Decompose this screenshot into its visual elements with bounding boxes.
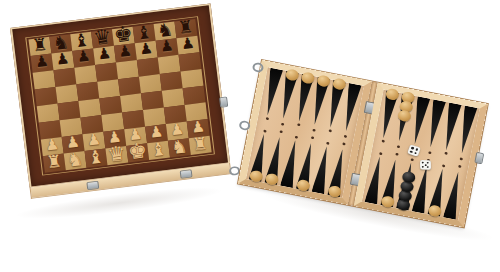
die-pip [422,166,424,168]
chess-grid: ♜♞♝♛♚♝♞♜♟♟♟♟♟♟♟♟♟♟♟♟♟♟♟♟♜♞♝♛♚♝♞♜ [29,19,212,173]
die-pip [415,148,418,151]
backgammon-half-right [354,83,488,228]
point-tip-dot [294,136,297,139]
chess-piece-white-king: ♚ [127,140,148,163]
point-tip-dot [458,165,461,168]
latch-icon [474,152,484,164]
chess-piece-white-bishop: ♝ [149,138,168,161]
chess-piece-black-pawn: ♟ [159,35,175,57]
die-pip [411,147,414,150]
chess-piece-black-pawn: ♟ [117,40,133,62]
point-tip-dot [459,157,462,160]
chess-piece-white-queen: ♛ [107,143,127,166]
chess-piece-white-bishop: ♝ [87,145,106,168]
point-tip-dot [395,153,398,156]
chess-square: ♚ [126,143,149,162]
product-photo: Wooden folding chess set with pieces in … [0,0,500,272]
backgammon-case [238,60,488,227]
point-tip-dot [396,145,399,148]
chess-piece-black-pawn: ♟ [96,43,112,65]
clasp-icon [86,181,99,190]
chess-set: ♜♞♝♛♚♝♞♜♟♟♟♟♟♟♟♟♟♟♟♟♟♟♟♟♜♞♝♛♚♝♞♜ [10,3,231,198]
point-tip-dot [279,130,282,133]
point-tip-dot [343,135,346,138]
chess-piece-black-pawn: ♟ [55,48,71,70]
chess-square: ♛ [105,146,128,165]
die-pip [410,150,413,153]
clasp-icon [180,169,193,178]
point-tip-dot [381,140,384,143]
point-tip-dot [326,142,329,145]
point-tip-dot [280,123,283,126]
chess-piece-black-pawn: ♟ [180,33,196,55]
point-tip-dot [297,123,300,126]
point-tip-dot [263,130,266,133]
chess-square: ♞ [168,138,191,157]
chess-piece-white-rook: ♜ [45,151,63,174]
point-tip-dot [379,152,382,155]
die [407,145,421,157]
chess-board: ♜♞♝♛♚♝♞♜♟♟♟♟♟♟♟♟♟♟♟♟♟♟♟♟♜♞♝♛♚♝♞♜ [10,3,230,187]
point-tip-dot [312,129,315,132]
chess-square: ♜ [189,136,212,155]
point-tip-dot [265,117,268,120]
chess-piece-white-rook: ♜ [191,133,209,156]
backgammon-set [238,60,488,227]
point-tip-dot [410,158,413,161]
chess-piece-black-pawn: ♟ [138,38,154,60]
latch-icon [219,96,228,107]
backgammon-point [443,171,465,220]
point-tip-dot [444,152,447,155]
point-tip-dot [310,136,313,139]
point-tip-dot [342,142,345,145]
point-tip-dot [441,164,444,167]
chess-square: ♝ [85,148,108,167]
chess-piece-white-knight: ♞ [66,148,85,171]
chess-square: ♞ [64,151,87,170]
die-pip [427,162,429,164]
backgammon-point [261,68,283,117]
die-pip [427,166,429,168]
die [420,160,431,170]
point-tip-dot [428,151,431,154]
chess-piece-black-pawn: ♟ [34,51,50,73]
point-tip-dot [328,129,331,132]
chess-piece-white-knight: ♞ [170,135,189,158]
chess-square: ♝ [147,141,170,160]
die-pip [414,152,417,155]
chess-square: ♜ [43,154,66,173]
chess-piece-black-pawn: ♟ [76,46,92,68]
